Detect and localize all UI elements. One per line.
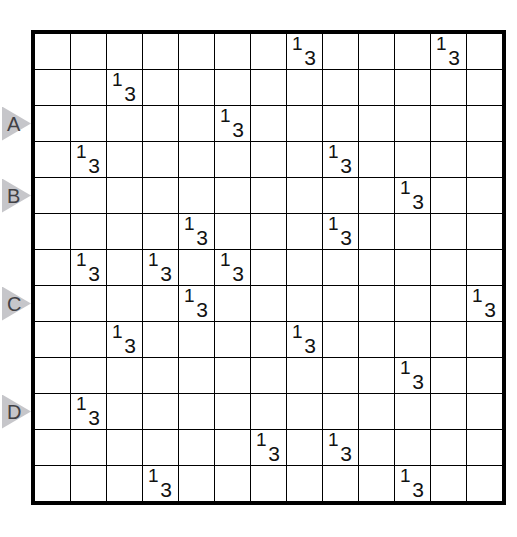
cell-r3c3[interactable] [107,106,142,141]
cell-r8c3[interactable] [107,286,142,321]
cell-r8c12[interactable] [431,286,466,321]
clue-value-1: 1 [400,466,411,485]
cell-r13c4: 13 [143,466,178,501]
cell-r3c12[interactable] [431,106,466,141]
cell-r13c13[interactable] [467,466,502,501]
cell-r7c5[interactable] [179,250,214,285]
cell-r8c6[interactable] [215,286,250,321]
clue-value-1: 1 [220,250,231,269]
clue-value-3: 3 [196,299,208,320]
cell-r9c13[interactable] [467,322,502,357]
cell-r6c13[interactable] [467,214,502,249]
cell-r13c7[interactable] [251,466,286,501]
cell-r11c6[interactable] [215,394,250,429]
cell-r9c7[interactable] [251,322,286,357]
cell-r8c7[interactable] [251,286,286,321]
cell-r2c3: 13 [107,70,142,105]
cell-r7c10[interactable] [359,250,394,285]
clue-value-3: 3 [88,407,100,428]
clue-value-3: 3 [340,155,352,176]
cell-r4c13[interactable] [467,142,502,177]
cell-r11c10[interactable] [359,394,394,429]
cell-r9c2[interactable] [71,322,106,357]
clue-value-1: 1 [292,34,303,53]
marker-A: A [2,107,31,141]
cell-r13c10[interactable] [359,466,394,501]
clue-value-3: 3 [124,83,136,104]
cell-r2c7[interactable] [251,70,286,105]
cell-r9c8: 13 [287,322,322,357]
clue-value-3: 3 [340,227,352,248]
clue-value-3: 3 [160,479,172,500]
cell-r2c8[interactable] [287,70,322,105]
cell-r13c9[interactable] [323,466,358,501]
cell-r6c10[interactable] [359,214,394,249]
tapa-board: 1313131313131313131313131313131313131313… [31,30,506,505]
cell-r1c10[interactable] [359,34,394,69]
cell-r10c8[interactable] [287,358,322,393]
cell-r10c9[interactable] [323,358,358,393]
cell-r2c13[interactable] [467,70,502,105]
cell-r11c4[interactable] [143,394,178,429]
cell-r1c12: 13 [431,34,466,69]
cell-r11c13[interactable] [467,394,502,429]
cell-r2c6[interactable] [215,70,250,105]
cell-r13c8[interactable] [287,466,322,501]
cell-r3c11[interactable] [395,106,430,141]
cell-r8c10[interactable] [359,286,394,321]
clue-value-3: 3 [196,227,208,248]
clue-value-1: 1 [76,142,87,161]
clue-value-1: 1 [112,322,123,341]
clue-value-3: 3 [88,155,100,176]
cell-r7c1[interactable] [35,250,70,285]
cell-r13c11: 13 [395,466,430,501]
cell-r7c7[interactable] [251,250,286,285]
cell-r2c11[interactable] [395,70,430,105]
cell-r2c1[interactable] [35,70,70,105]
clue-value-3: 3 [340,443,352,464]
cell-r5c10[interactable] [359,178,394,213]
cell-r5c7[interactable] [251,178,286,213]
cell-r13c12[interactable] [431,466,466,501]
cell-r9c6[interactable] [215,322,250,357]
cell-r1c9[interactable] [323,34,358,69]
marker-label: D [7,401,21,421]
cell-r1c4[interactable] [143,34,178,69]
cell-r3c8[interactable] [287,106,322,141]
cell-r9c3: 13 [107,322,142,357]
cell-r11c1[interactable] [35,394,70,429]
cell-r1c11[interactable] [395,34,430,69]
cell-r12c7: 13 [251,430,286,465]
clue-value-1: 1 [328,214,339,233]
cell-r2c10[interactable] [359,70,394,105]
cell-r3c10[interactable] [359,106,394,141]
clue-value-3: 3 [88,263,100,284]
clue-value-1: 1 [328,142,339,161]
cell-r8c9[interactable] [323,286,358,321]
cell-r9c12[interactable] [431,322,466,357]
cell-r6c2[interactable] [71,214,106,249]
clue-value-3: 3 [124,335,136,356]
cell-r4c12[interactable] [431,142,466,177]
cell-r13c5[interactable] [179,466,214,501]
cell-r1c5[interactable] [179,34,214,69]
cell-r7c13[interactable] [467,250,502,285]
cell-r5c11: 13 [395,178,430,213]
cell-r2c2[interactable] [71,70,106,105]
cell-r7c4: 13 [143,250,178,285]
cell-r4c6[interactable] [215,142,250,177]
marker-label: B [7,185,20,205]
cell-r10c2[interactable] [71,358,106,393]
cell-r11c5[interactable] [179,394,214,429]
marker-C: C [2,287,31,321]
clue-value-3: 3 [160,263,172,284]
clue-value-3: 3 [304,47,316,68]
clue-value-3: 3 [448,47,460,68]
cell-r6c4[interactable] [143,214,178,249]
cell-r1c3[interactable] [107,34,142,69]
cell-r5c3[interactable] [107,178,142,213]
cell-r6c7[interactable] [251,214,286,249]
cell-r12c12[interactable] [431,430,466,465]
cell-r8c13: 13 [467,286,502,321]
cell-r8c11[interactable] [395,286,430,321]
cell-r12c4[interactable] [143,430,178,465]
clue-value-1: 1 [148,466,159,485]
cell-r4c11[interactable] [395,142,430,177]
cell-r4c5[interactable] [179,142,214,177]
cell-r9c10[interactable] [359,322,394,357]
cell-r10c4[interactable] [143,358,178,393]
cell-r12c2[interactable] [71,430,106,465]
clue-value-1: 1 [292,322,303,341]
cell-r5c12[interactable] [431,178,466,213]
clue-value-3: 3 [304,335,316,356]
cell-r13c2[interactable] [71,466,106,501]
cell-r1c8: 13 [287,34,322,69]
clue-value-3: 3 [232,119,244,140]
cell-r11c3[interactable] [107,394,142,429]
cell-r12c10[interactable] [359,430,394,465]
cell-r3c7[interactable] [251,106,286,141]
cell-r2c5[interactable] [179,70,214,105]
cell-r9c1[interactable] [35,322,70,357]
cell-r3c13[interactable] [467,106,502,141]
cell-r10c1[interactable] [35,358,70,393]
cell-r6c5: 13 [179,214,214,249]
cell-r4c2: 13 [71,142,106,177]
cell-r12c6[interactable] [215,430,250,465]
cell-r1c1[interactable] [35,34,70,69]
marker-label: C [7,293,21,313]
cell-r5c4[interactable] [143,178,178,213]
cell-r6c3[interactable] [107,214,142,249]
cell-r6c1[interactable] [35,214,70,249]
cell-r10c6[interactable] [215,358,250,393]
cell-r5c9[interactable] [323,178,358,213]
cell-r11c8[interactable] [287,394,322,429]
cell-r1c7[interactable] [251,34,286,69]
clue-value-3: 3 [412,479,424,500]
clue-value-1: 1 [76,250,87,269]
cell-r4c8[interactable] [287,142,322,177]
cell-r9c11[interactable] [395,322,430,357]
cell-r11c12[interactable] [431,394,466,429]
cell-r7c2: 13 [71,250,106,285]
cell-r6c9: 13 [323,214,358,249]
clue-value-3: 3 [232,263,244,284]
marker-D: D [2,395,31,429]
cell-r10c10[interactable] [359,358,394,393]
cell-r5c2[interactable] [71,178,106,213]
clue-value-1: 1 [472,286,483,305]
cell-r9c5[interactable] [179,322,214,357]
cell-r10c11: 13 [395,358,430,393]
cell-r7c12[interactable] [431,250,466,285]
clue-value-3: 3 [268,443,280,464]
cell-r13c1[interactable] [35,466,70,501]
clue-value-3: 3 [484,299,496,320]
cell-r1c6[interactable] [215,34,250,69]
cell-r11c2: 13 [71,394,106,429]
cell-r12c9: 13 [323,430,358,465]
cell-r7c9[interactable] [323,250,358,285]
cell-r7c6: 13 [215,250,250,285]
cell-r3c6: 13 [215,106,250,141]
cell-r10c12[interactable] [431,358,466,393]
cell-r3c9[interactable] [323,106,358,141]
cell-r12c1[interactable] [35,430,70,465]
cell-r2c4[interactable] [143,70,178,105]
cell-r1c13[interactable] [467,34,502,69]
clue-value-1: 1 [184,286,195,305]
cell-r5c1[interactable] [35,178,70,213]
cell-r11c9[interactable] [323,394,358,429]
cell-r5c6[interactable] [215,178,250,213]
cell-r8c8[interactable] [287,286,322,321]
cell-r8c2[interactable] [71,286,106,321]
cell-r4c1[interactable] [35,142,70,177]
cell-r8c5: 13 [179,286,214,321]
cell-r8c4[interactable] [143,286,178,321]
cell-r12c5[interactable] [179,430,214,465]
cell-r11c11[interactable] [395,394,430,429]
clue-value-3: 3 [412,191,424,212]
cell-r11c7[interactable] [251,394,286,429]
cell-r13c3[interactable] [107,466,142,501]
cell-r13c6[interactable] [215,466,250,501]
cell-r9c9[interactable] [323,322,358,357]
cell-r9c4[interactable] [143,322,178,357]
cell-r3c4[interactable] [143,106,178,141]
cell-r8c1[interactable] [35,286,70,321]
cell-r2c12[interactable] [431,70,466,105]
clue-value-1: 1 [400,178,411,197]
cell-r5c13[interactable] [467,178,502,213]
cell-r3c2[interactable] [71,106,106,141]
cell-r6c11[interactable] [395,214,430,249]
clue-value-1: 1 [148,250,159,269]
cell-r5c8[interactable] [287,178,322,213]
cell-r7c11[interactable] [395,250,430,285]
cell-r4c3[interactable] [107,142,142,177]
clue-value-1: 1 [112,70,123,89]
cell-r10c7[interactable] [251,358,286,393]
cell-r6c12[interactable] [431,214,466,249]
cell-r10c13[interactable] [467,358,502,393]
marker-B: B [2,179,31,213]
clue-value-1: 1 [436,34,447,53]
clue-value-1: 1 [220,106,231,125]
clue-value-1: 1 [256,430,267,449]
cell-r4c7[interactable] [251,142,286,177]
clue-value-1: 1 [328,430,339,449]
cell-r12c13[interactable] [467,430,502,465]
cell-r3c5[interactable] [179,106,214,141]
cell-r10c5[interactable] [179,358,214,393]
cell-r7c3[interactable] [107,250,142,285]
clue-value-1: 1 [76,394,87,413]
clue-value-1: 1 [184,214,195,233]
cell-r10c3[interactable] [107,358,142,393]
cell-r3c1[interactable] [35,106,70,141]
cell-r5c5[interactable] [179,178,214,213]
cell-r6c6[interactable] [215,214,250,249]
clue-value-3: 3 [412,371,424,392]
cell-r12c3[interactable] [107,430,142,465]
cell-r7c8[interactable] [287,250,322,285]
cell-r4c10[interactable] [359,142,394,177]
cell-r12c11[interactable] [395,430,430,465]
cell-r2c9[interactable] [323,70,358,105]
cell-r4c4[interactable] [143,142,178,177]
cell-r12c8[interactable] [287,430,322,465]
marker-label: A [7,113,20,133]
cell-r6c8[interactable] [287,214,322,249]
clue-value-1: 1 [400,358,411,377]
cell-r4c9: 13 [323,142,358,177]
cell-r1c2[interactable] [71,34,106,69]
